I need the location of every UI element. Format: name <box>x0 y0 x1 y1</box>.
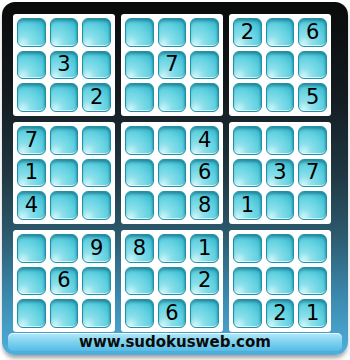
sudoku-cell-r4c2[interactable] <box>50 126 79 155</box>
sudoku-box: 21 <box>229 230 331 332</box>
sudoku-cell-r5c9[interactable]: 7 <box>298 159 327 188</box>
sudoku-cell-r8c8[interactable] <box>266 267 295 296</box>
sudoku-cell-r8c7[interactable] <box>233 267 262 296</box>
sudoku-box: 7 <box>121 14 223 116</box>
sudoku-cell-r1c3[interactable] <box>82 18 111 47</box>
sudoku-cell-r2c4[interactable] <box>125 51 154 80</box>
sudoku-cell-r7c9[interactable] <box>298 234 327 263</box>
sudoku-cell-r3c5[interactable] <box>158 83 187 112</box>
sudoku-cell-r8c6[interactable]: 2 <box>190 267 219 296</box>
sudoku-box: 96 <box>13 230 115 332</box>
sudoku-cell-r5c5[interactable] <box>158 159 187 188</box>
sudoku-cell-r1c2[interactable] <box>50 18 79 47</box>
sudoku-cell-r1c8[interactable] <box>266 18 295 47</box>
sudoku-board: 32726571446837196812621 <box>13 14 331 332</box>
sudoku-cell-r6c1[interactable]: 4 <box>17 191 46 220</box>
sudoku-cell-r7c8[interactable] <box>266 234 295 263</box>
sudoku-cell-r3c1[interactable] <box>17 83 46 112</box>
sudoku-box: 714 <box>13 122 115 224</box>
sudoku-cell-r6c5[interactable] <box>158 191 187 220</box>
sudoku-cell-r5c3[interactable] <box>82 159 111 188</box>
sudoku-cell-r3c9[interactable]: 5 <box>298 83 327 112</box>
sudoku-cell-r2c3[interactable] <box>82 51 111 80</box>
sudoku-cell-r2c7[interactable] <box>233 51 262 80</box>
sudoku-cell-r5c6[interactable]: 6 <box>190 159 219 188</box>
sudoku-cell-r1c4[interactable] <box>125 18 154 47</box>
sudoku-cell-r9c1[interactable] <box>17 299 46 328</box>
sudoku-cell-r4c5[interactable] <box>158 126 187 155</box>
sudoku-cell-r8c4[interactable] <box>125 267 154 296</box>
sudoku-cell-r8c1[interactable] <box>17 267 46 296</box>
sudoku-cell-r2c1[interactable] <box>17 51 46 80</box>
sudoku-cell-r6c2[interactable] <box>50 191 79 220</box>
sudoku-cell-r3c4[interactable] <box>125 83 154 112</box>
site-url-text: www.sudokusweb.com <box>79 333 271 351</box>
sudoku-cell-r5c4[interactable] <box>125 159 154 188</box>
sudoku-cell-r6c6[interactable]: 8 <box>190 191 219 220</box>
sudoku-box: 468 <box>121 122 223 224</box>
sudoku-cell-r6c7[interactable]: 1 <box>233 191 262 220</box>
sudoku-cell-r5c2[interactable] <box>50 159 79 188</box>
sudoku-cell-r5c7[interactable] <box>233 159 262 188</box>
sudoku-cell-r6c4[interactable] <box>125 191 154 220</box>
sudoku-cell-r3c6[interactable] <box>190 83 219 112</box>
sudoku-cell-r7c7[interactable] <box>233 234 262 263</box>
sudoku-cell-r3c7[interactable] <box>233 83 262 112</box>
sudoku-cell-r8c9[interactable] <box>298 267 327 296</box>
sudoku-box: 371 <box>229 122 331 224</box>
sudoku-cell-r4c3[interactable] <box>82 126 111 155</box>
sudoku-cell-r6c8[interactable] <box>266 191 295 220</box>
sudoku-cell-r9c6[interactable] <box>190 299 219 328</box>
sudoku-cell-r7c3[interactable]: 9 <box>82 234 111 263</box>
sudoku-cell-r3c8[interactable] <box>266 83 295 112</box>
sudoku-cell-r5c1[interactable]: 1 <box>17 159 46 188</box>
sudoku-cell-r4c8[interactable] <box>266 126 295 155</box>
sudoku-cell-r9c5[interactable]: 6 <box>158 299 187 328</box>
sudoku-cell-r4c7[interactable] <box>233 126 262 155</box>
sudoku-cell-r8c5[interactable] <box>158 267 187 296</box>
sudoku-cell-r9c2[interactable] <box>50 299 79 328</box>
sudoku-cell-r6c3[interactable] <box>82 191 111 220</box>
sudoku-cell-r9c3[interactable] <box>82 299 111 328</box>
sudoku-cell-r7c1[interactable] <box>17 234 46 263</box>
sudoku-box: 32 <box>13 14 115 116</box>
sudoku-cell-r9c9[interactable]: 1 <box>298 299 327 328</box>
sudoku-box: 265 <box>229 14 331 116</box>
sudoku-cell-r4c6[interactable]: 4 <box>190 126 219 155</box>
sudoku-cell-r7c4[interactable]: 8 <box>125 234 154 263</box>
sudoku-cell-r7c6[interactable]: 1 <box>190 234 219 263</box>
sudoku-cell-r9c8[interactable]: 2 <box>266 299 295 328</box>
sudoku-cell-r2c2[interactable]: 3 <box>50 51 79 80</box>
sudoku-cell-r8c3[interactable] <box>82 267 111 296</box>
sudoku-cell-r2c5[interactable]: 7 <box>158 51 187 80</box>
sudoku-cell-r3c2[interactable] <box>50 83 79 112</box>
sudoku-cell-r9c7[interactable] <box>233 299 262 328</box>
footer-band: www.sudokusweb.com <box>8 333 342 351</box>
board-frame: 32726571446837196812621 www.sudokusweb.c… <box>2 2 348 355</box>
sudoku-cell-r3c3[interactable]: 2 <box>82 83 111 112</box>
sudoku-cell-r9c4[interactable] <box>125 299 154 328</box>
sudoku-cell-r4c4[interactable] <box>125 126 154 155</box>
sudoku-cell-r1c9[interactable]: 6 <box>298 18 327 47</box>
sudoku-cell-r2c8[interactable] <box>266 51 295 80</box>
sudoku-cell-r2c9[interactable] <box>298 51 327 80</box>
sudoku-cell-r4c9[interactable] <box>298 126 327 155</box>
sudoku-cell-r1c6[interactable] <box>190 18 219 47</box>
sudoku-cell-r4c1[interactable]: 7 <box>17 126 46 155</box>
sudoku-cell-r7c5[interactable] <box>158 234 187 263</box>
sudoku-cell-r1c1[interactable] <box>17 18 46 47</box>
sudoku-cell-r1c7[interactable]: 2 <box>233 18 262 47</box>
sudoku-box: 8126 <box>121 230 223 332</box>
sudoku-page: 32726571446837196812621 www.sudokusweb.c… <box>0 0 350 360</box>
sudoku-cell-r5c8[interactable]: 3 <box>266 159 295 188</box>
sudoku-cell-r2c6[interactable] <box>190 51 219 80</box>
sudoku-cell-r7c2[interactable] <box>50 234 79 263</box>
sudoku-cell-r6c9[interactable] <box>298 191 327 220</box>
sudoku-cell-r1c5[interactable] <box>158 18 187 47</box>
sudoku-cell-r8c2[interactable]: 6 <box>50 267 79 296</box>
